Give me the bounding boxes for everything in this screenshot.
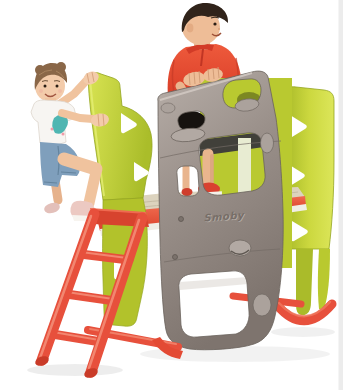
bolt bbox=[173, 255, 178, 260]
boy-eye bbox=[213, 22, 216, 25]
detail bbox=[62, 133, 65, 136]
bolt bbox=[179, 217, 184, 222]
girl-calf bbox=[89, 172, 96, 203]
hand-hold bbox=[261, 133, 274, 153]
boy-ear bbox=[187, 24, 194, 33]
climbing-tower-scene: Smoby Smoby bbox=[0, 0, 343, 390]
detail bbox=[218, 28, 220, 30]
photo-edge-strip bbox=[339, 0, 343, 390]
detail bbox=[51, 128, 54, 131]
detail bbox=[39, 89, 43, 93]
boy-shoe bbox=[182, 188, 193, 196]
hand-hold bbox=[161, 103, 175, 113]
girl-eye bbox=[44, 85, 47, 88]
detail bbox=[58, 89, 62, 93]
product-photo: Smoby Smoby bbox=[0, 0, 343, 390]
detail bbox=[238, 138, 251, 194]
hand-hold bbox=[253, 294, 271, 316]
girl-eye bbox=[56, 85, 59, 88]
